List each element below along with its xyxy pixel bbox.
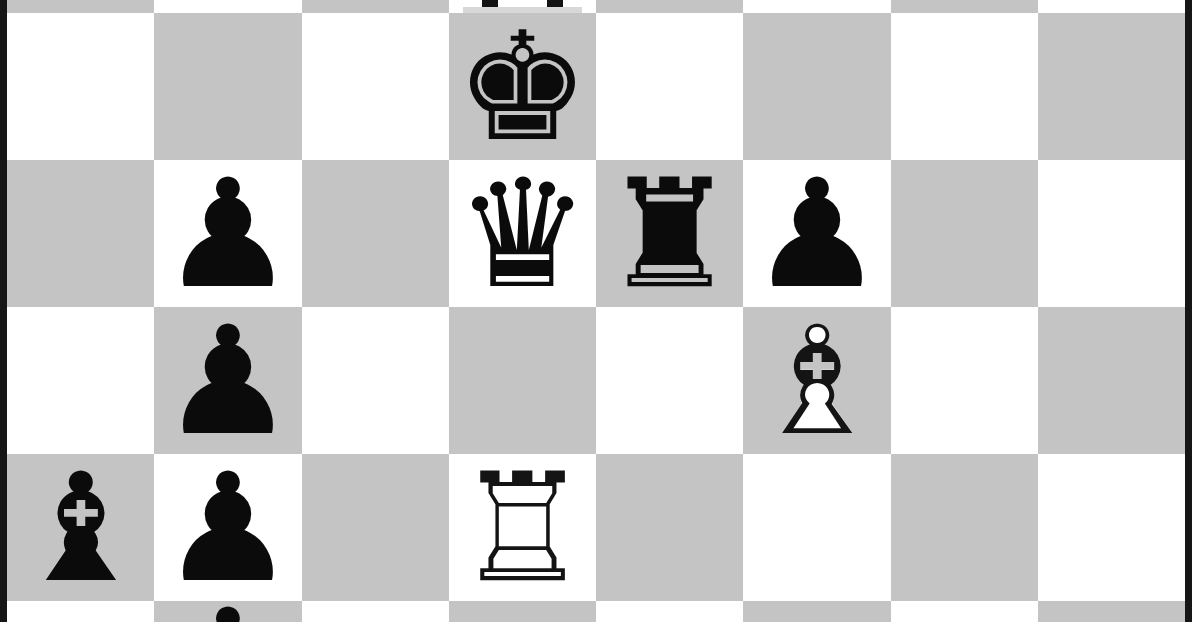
square-a3[interactable]: ♝ [7, 454, 154, 601]
square-b7[interactable] [154, 0, 301, 13]
black-bishop-icon: ♝ [7, 454, 154, 601]
square-h3[interactable] [1038, 454, 1185, 601]
black-queen-icon: ♛ [449, 160, 596, 307]
square-f2[interactable] [743, 601, 890, 622]
white-rook-icon: ♜♖ [449, 454, 596, 601]
square-a7[interactable] [7, 0, 154, 13]
square-d5[interactable]: ♛ [449, 160, 596, 307]
square-g7[interactable] [891, 0, 1038, 13]
square-e3[interactable] [596, 454, 743, 601]
square-e7[interactable] [596, 0, 743, 13]
square-b2[interactable]: ♟ [154, 601, 301, 622]
white-bishop-icon: ♝♗ [743, 307, 890, 454]
square-h2[interactable] [1038, 601, 1185, 622]
square-a4[interactable] [7, 307, 154, 454]
square-a5[interactable] [7, 160, 154, 307]
square-b4[interactable]: ♟ [154, 307, 301, 454]
square-f5[interactable]: ♟ [743, 160, 890, 307]
square-g3[interactable] [891, 454, 1038, 601]
board-right-frame [1185, 0, 1192, 622]
square-d4[interactable] [449, 307, 596, 454]
black-pawn-partial-icon: ♟ [154, 601, 301, 622]
black-king-icon: ♚ [449, 13, 596, 160]
square-c6[interactable] [302, 13, 449, 160]
black-pawn-icon: ♟ [154, 160, 301, 307]
square-b6[interactable] [154, 13, 301, 160]
square-c7[interactable] [302, 0, 449, 13]
square-g5[interactable] [891, 160, 1038, 307]
square-e5[interactable]: ♜ [596, 160, 743, 307]
square-d6[interactable]: ♚ [449, 13, 596, 160]
square-h4[interactable] [1038, 307, 1185, 454]
black-pawn-icon: ♟ [743, 160, 890, 307]
black-pawn-icon: ♟ [154, 307, 301, 454]
square-d7[interactable] [449, 0, 596, 13]
square-d3[interactable]: ♜♖ [449, 454, 596, 601]
square-c5[interactable] [302, 160, 449, 307]
square-c2[interactable] [302, 601, 449, 622]
square-b5[interactable]: ♟ [154, 160, 301, 307]
square-a6[interactable] [7, 13, 154, 160]
square-b3[interactable]: ♟ [154, 454, 301, 601]
square-h5[interactable] [1038, 160, 1185, 307]
square-g2[interactable] [891, 601, 1038, 622]
square-g6[interactable] [891, 13, 1038, 160]
square-e6[interactable] [596, 13, 743, 160]
board-left-frame [0, 0, 7, 622]
black-rook-icon: ♜ [596, 160, 743, 307]
black-pawn-icon: ♟ [154, 454, 301, 601]
square-f3[interactable] [743, 454, 890, 601]
square-h7[interactable] [1038, 0, 1185, 13]
square-f6[interactable] [743, 13, 890, 160]
square-g4[interactable] [891, 307, 1038, 454]
chess-board: ♚♟♛♜♟♟♝♗♝♟♜♖♟ [7, 0, 1185, 622]
square-e4[interactable] [596, 307, 743, 454]
black-rook-partial-base-icon [449, 0, 596, 13]
square-c4[interactable] [302, 307, 449, 454]
square-f7[interactable] [743, 0, 890, 13]
square-e2[interactable] [596, 601, 743, 622]
chess-diagram: ♚♟♛♜♟♟♝♗♝♟♜♖♟ [0, 0, 1200, 622]
square-f4[interactable]: ♝♗ [743, 307, 890, 454]
square-h6[interactable] [1038, 13, 1185, 160]
square-c3[interactable] [302, 454, 449, 601]
square-a2[interactable] [7, 601, 154, 622]
square-d2[interactable] [449, 601, 596, 622]
